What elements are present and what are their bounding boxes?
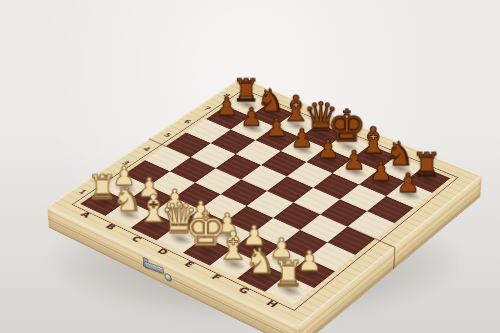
- rank-label-6: 6: [179, 118, 195, 126]
- piece-white-rook[interactable]: ♜: [245, 256, 331, 291]
- clasp-hook-arm: [144, 261, 164, 274]
- piece-black-pawn[interactable]: ♟: [368, 169, 448, 195]
- perspective-stage: ABCDEFGH87654321♜♞♝♛♚♝♞♜♟♟♟♟♟♟♟♟♟♟♟♟♟♟♟♟…: [0, 0, 500, 333]
- rank-label-5: 5: [159, 131, 175, 140]
- side-fold-seam: [393, 247, 395, 270]
- rank-label-4: 4: [139, 145, 156, 154]
- clasp-latch: [143, 256, 179, 286]
- photo-scene: ABCDEFGH87654321♜♞♝♛♚♝♞♜♟♟♟♟♟♟♟♟♟♟♟♟♟♟♟♟…: [0, 0, 500, 333]
- clasp-catch-knob: [164, 272, 171, 283]
- chess-board: ABCDEFGH87654321♜♞♝♛♚♝♞♜♟♟♟♟♟♟♟♟♟♟♟♟♟♟♟♟…: [47, 77, 482, 327]
